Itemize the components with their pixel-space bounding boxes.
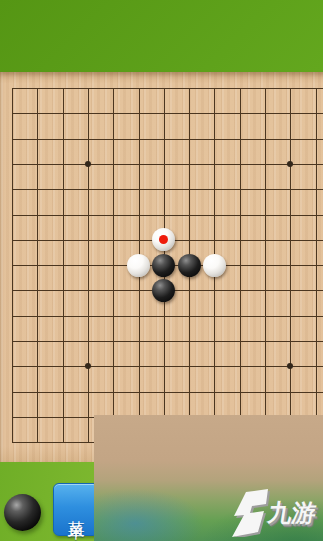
stone-white <box>127 254 150 277</box>
app-screen: 菜单 九游 <box>0 0 323 541</box>
stone-black <box>178 254 201 277</box>
jiuyou-logo-icon <box>228 487 270 537</box>
star-point <box>85 161 91 167</box>
watermark-text: 九游 <box>265 497 318 529</box>
gomoku-board[interactable] <box>0 72 323 462</box>
stone-white <box>203 254 226 277</box>
watermark: 九游 <box>94 415 323 541</box>
menu-button-label: 菜单 <box>65 507 88 513</box>
turn-indicator-black-stone <box>4 494 41 531</box>
watermark-overlay: 九游 <box>94 415 323 541</box>
last-move-marker <box>159 235 168 244</box>
stone-black <box>152 254 175 277</box>
menu-button[interactable]: 菜单 <box>53 483 99 536</box>
